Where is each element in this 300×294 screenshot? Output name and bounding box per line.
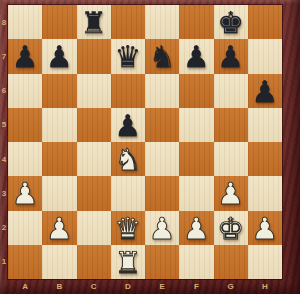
square-b7[interactable]: ♟ xyxy=(42,39,76,73)
black-pawn-d5: ♟ xyxy=(111,108,145,142)
square-c8[interactable]: ♜ xyxy=(77,5,111,39)
square-b8[interactable] xyxy=(42,5,76,39)
rank-label-2: 2 xyxy=(0,211,8,245)
square-b2[interactable]: ♟ xyxy=(42,211,76,245)
white-pawn-e2: ♟ xyxy=(145,211,179,245)
square-a3[interactable]: ♟ xyxy=(8,176,42,210)
white-pawn-h2: ♟ xyxy=(248,211,282,245)
square-b4[interactable] xyxy=(42,142,76,176)
square-e8[interactable] xyxy=(145,5,179,39)
square-e3[interactable] xyxy=(145,176,179,210)
square-h8[interactable] xyxy=(248,5,282,39)
square-e2[interactable]: ♟ xyxy=(145,211,179,245)
white-pawn-b2: ♟ xyxy=(42,211,76,245)
square-b3[interactable] xyxy=(42,176,76,210)
square-a1[interactable] xyxy=(8,245,42,279)
white-queen-d2: ♛ xyxy=(111,211,145,245)
square-a2[interactable] xyxy=(8,211,42,245)
square-h6[interactable]: ♟ xyxy=(248,74,282,108)
square-a8[interactable] xyxy=(8,5,42,39)
square-f4[interactable] xyxy=(179,142,213,176)
chess-board: ♜♚♟♟♛♞♟♟♟♟♞♟♟♟♛♟♟♚♟♜ xyxy=(8,5,282,279)
square-d3[interactable] xyxy=(111,176,145,210)
black-pawn-f7: ♟ xyxy=(179,39,213,73)
file-label-f: F xyxy=(179,279,213,294)
square-c6[interactable] xyxy=(77,74,111,108)
rank-label-6: 6 xyxy=(0,74,8,108)
black-pawn-g7: ♟ xyxy=(214,39,248,73)
square-g6[interactable] xyxy=(214,74,248,108)
square-d4[interactable]: ♞ xyxy=(111,142,145,176)
square-f8[interactable] xyxy=(179,5,213,39)
black-pawn-a7: ♟ xyxy=(8,39,42,73)
square-c3[interactable] xyxy=(77,176,111,210)
square-b6[interactable] xyxy=(42,74,76,108)
square-e6[interactable] xyxy=(145,74,179,108)
black-queen-d7: ♛ xyxy=(111,39,145,73)
square-d2[interactable]: ♛ xyxy=(111,211,145,245)
white-pawn-a3: ♟ xyxy=(8,176,42,210)
white-rook-d1: ♜ xyxy=(111,245,145,279)
square-f3[interactable] xyxy=(179,176,213,210)
file-labels: ABCDEFGH xyxy=(8,279,282,294)
square-c7[interactable] xyxy=(77,39,111,73)
square-a4[interactable] xyxy=(8,142,42,176)
file-label-h: H xyxy=(248,279,282,294)
black-pawn-b7: ♟ xyxy=(42,39,76,73)
square-c4[interactable] xyxy=(77,142,111,176)
square-d1[interactable]: ♜ xyxy=(111,245,145,279)
square-h1[interactable] xyxy=(248,245,282,279)
rank-label-7: 7 xyxy=(0,39,8,73)
square-g2[interactable]: ♚ xyxy=(214,211,248,245)
square-h2[interactable]: ♟ xyxy=(248,211,282,245)
rank-label-8: 8 xyxy=(0,5,8,39)
black-pawn-h6: ♟ xyxy=(248,74,282,108)
square-h5[interactable] xyxy=(248,108,282,142)
file-label-b: B xyxy=(42,279,76,294)
rank-label-3: 3 xyxy=(0,176,8,210)
black-rook-c8: ♜ xyxy=(77,5,111,39)
square-f5[interactable] xyxy=(179,108,213,142)
rank-label-5: 5 xyxy=(0,108,8,142)
square-d5[interactable]: ♟ xyxy=(111,108,145,142)
square-d6[interactable] xyxy=(111,74,145,108)
square-e5[interactable] xyxy=(145,108,179,142)
white-pawn-f2: ♟ xyxy=(179,211,213,245)
square-b1[interactable] xyxy=(42,245,76,279)
square-h3[interactable] xyxy=(248,176,282,210)
square-h4[interactable] xyxy=(248,142,282,176)
white-king-g2: ♚ xyxy=(214,211,248,245)
square-g7[interactable]: ♟ xyxy=(214,39,248,73)
rank-label-1: 1 xyxy=(0,245,8,279)
square-f6[interactable] xyxy=(179,74,213,108)
square-g8[interactable]: ♚ xyxy=(214,5,248,39)
square-g3[interactable]: ♟ xyxy=(214,176,248,210)
square-g4[interactable] xyxy=(214,142,248,176)
file-label-e: E xyxy=(145,279,179,294)
chess-board-frame: 87654321 ♜♚♟♟♛♞♟♟♟♟♞♟♟♟♛♟♟♚♟♜ ABCDEFGH xyxy=(0,0,300,294)
file-label-g: G xyxy=(214,279,248,294)
square-c1[interactable] xyxy=(77,245,111,279)
square-c5[interactable] xyxy=(77,108,111,142)
square-a7[interactable]: ♟ xyxy=(8,39,42,73)
square-a6[interactable] xyxy=(8,74,42,108)
rank-label-4: 4 xyxy=(0,142,8,176)
square-g5[interactable] xyxy=(214,108,248,142)
rank-labels: 87654321 xyxy=(0,5,8,279)
square-g1[interactable] xyxy=(214,245,248,279)
square-f2[interactable]: ♟ xyxy=(179,211,213,245)
file-label-a: A xyxy=(8,279,42,294)
square-h7[interactable] xyxy=(248,39,282,73)
square-f1[interactable] xyxy=(179,245,213,279)
white-pawn-g3: ♟ xyxy=(214,176,248,210)
square-a5[interactable] xyxy=(8,108,42,142)
square-c2[interactable] xyxy=(77,211,111,245)
white-knight-d4: ♞ xyxy=(111,142,145,176)
black-knight-e7: ♞ xyxy=(145,39,179,73)
square-b5[interactable] xyxy=(42,108,76,142)
square-d7[interactable]: ♛ xyxy=(111,39,145,73)
square-f7[interactable]: ♟ xyxy=(179,39,213,73)
square-d8[interactable] xyxy=(111,5,145,39)
file-label-c: C xyxy=(77,279,111,294)
square-e7[interactable]: ♞ xyxy=(145,39,179,73)
file-label-d: D xyxy=(111,279,145,294)
black-king-g8: ♚ xyxy=(214,5,248,39)
square-e4[interactable] xyxy=(145,142,179,176)
square-e1[interactable] xyxy=(145,245,179,279)
